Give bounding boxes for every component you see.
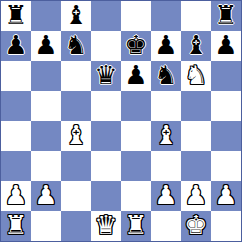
piece-black-pawn: ♟ [214,31,237,60]
square-a5[interactable] [1,91,31,121]
piece-white-pawn: ♟ [184,181,207,210]
square-g6[interactable]: ♞ [181,61,211,91]
square-e8[interactable] [121,1,151,31]
square-f4[interactable]: ♝ [151,121,181,151]
square-c3[interactable] [61,151,91,181]
square-g3[interactable] [181,151,211,181]
square-e7[interactable]: ♚ [121,31,151,61]
square-f3[interactable] [151,151,181,181]
piece-white-rook: ♜ [124,211,147,240]
piece-white-pawn: ♟ [154,181,177,210]
square-d5[interactable] [91,91,121,121]
square-h4[interactable] [211,121,241,151]
square-d6[interactable]: ♛ [91,61,121,91]
square-a7[interactable]: ♟ [1,31,31,61]
square-h3[interactable] [211,151,241,181]
square-b6[interactable] [31,61,61,91]
square-h7[interactable]: ♟ [211,31,241,61]
square-h1[interactable] [211,211,241,241]
square-e1[interactable]: ♜ [121,211,151,241]
square-a4[interactable] [1,121,31,151]
piece-white-bishop: ♝ [154,121,177,150]
square-h6[interactable] [211,61,241,91]
square-f1[interactable] [151,211,181,241]
square-a1[interactable]: ♜ [1,211,31,241]
square-b7[interactable]: ♟ [31,31,61,61]
square-c6[interactable] [61,61,91,91]
piece-black-bishop: ♝ [184,31,207,60]
square-c8[interactable]: ♝ [61,1,91,31]
piece-black-pawn: ♟ [124,61,147,90]
piece-white-rook: ♜ [4,211,27,240]
piece-white-pawn: ♟ [4,181,27,210]
square-g8[interactable] [181,1,211,31]
piece-white-pawn: ♟ [34,181,57,210]
piece-black-knight: ♞ [64,31,87,60]
piece-black-knight: ♞ [154,61,177,90]
square-f2[interactable]: ♟ [151,181,181,211]
square-a2[interactable]: ♟ [1,181,31,211]
piece-black-rook: ♜ [4,1,27,30]
chess-board-container: ♜♝♜♟♟♞♚♟♝♟♛♟♞♞♝♝♟♟♟♟♟♜♛♜♚ [0,0,242,242]
square-h8[interactable]: ♜ [211,1,241,31]
square-c1[interactable] [61,211,91,241]
piece-white-bishop: ♝ [64,121,87,150]
piece-black-pawn: ♟ [4,31,27,60]
square-e5[interactable] [121,91,151,121]
piece-white-pawn: ♟ [214,181,237,210]
square-d8[interactable] [91,1,121,31]
piece-white-king: ♚ [184,211,207,240]
piece-black-king: ♚ [124,31,147,60]
chess-board: ♜♝♜♟♟♞♚♟♝♟♛♟♞♞♝♝♟♟♟♟♟♜♛♜♚ [0,0,242,242]
square-c4[interactable]: ♝ [61,121,91,151]
piece-black-bishop: ♝ [64,1,87,30]
square-h5[interactable] [211,91,241,121]
piece-black-rook: ♜ [214,1,237,30]
square-b8[interactable] [31,1,61,31]
piece-black-pawn: ♟ [34,31,57,60]
square-c7[interactable]: ♞ [61,31,91,61]
square-c2[interactable] [61,181,91,211]
square-g4[interactable] [181,121,211,151]
square-a3[interactable] [1,151,31,181]
square-g5[interactable] [181,91,211,121]
square-b3[interactable] [31,151,61,181]
square-d7[interactable] [91,31,121,61]
square-g7[interactable]: ♝ [181,31,211,61]
square-a8[interactable]: ♜ [1,1,31,31]
square-f6[interactable]: ♞ [151,61,181,91]
square-b1[interactable] [31,211,61,241]
square-b2[interactable]: ♟ [31,181,61,211]
square-e6[interactable]: ♟ [121,61,151,91]
square-f5[interactable] [151,91,181,121]
square-g1[interactable]: ♚ [181,211,211,241]
square-f8[interactable] [151,1,181,31]
piece-black-pawn: ♟ [154,31,177,60]
square-d1[interactable]: ♛ [91,211,121,241]
square-d2[interactable] [91,181,121,211]
square-e4[interactable] [121,121,151,151]
piece-white-knight: ♞ [184,61,207,90]
square-c5[interactable] [61,91,91,121]
square-e2[interactable] [121,181,151,211]
square-f7[interactable]: ♟ [151,31,181,61]
square-g2[interactable]: ♟ [181,181,211,211]
square-b5[interactable] [31,91,61,121]
square-d4[interactable] [91,121,121,151]
square-a6[interactable] [1,61,31,91]
square-b4[interactable] [31,121,61,151]
square-e3[interactable] [121,151,151,181]
piece-white-queen: ♛ [94,211,117,240]
square-d3[interactable] [91,151,121,181]
piece-black-queen: ♛ [94,61,117,90]
square-h2[interactable]: ♟ [211,181,241,211]
